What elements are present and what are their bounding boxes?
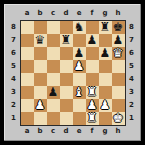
file-label-bottom-e: e: [73, 125, 86, 139]
square-f5[interactable]: [86, 60, 99, 73]
square-h7[interactable]: ♟: [112, 34, 125, 47]
square-d8[interactable]: [60, 21, 73, 34]
white-pawn[interactable]: ♟: [86, 99, 99, 112]
square-c6[interactable]: [47, 47, 60, 60]
square-a8[interactable]: [21, 21, 34, 34]
square-g3[interactable]: [99, 86, 112, 99]
square-h5[interactable]: [112, 60, 125, 73]
square-f1[interactable]: ♜: [86, 112, 99, 125]
white-rook[interactable]: ♜: [86, 86, 99, 99]
square-f3[interactable]: ♜: [86, 86, 99, 99]
square-a4[interactable]: [21, 73, 34, 86]
black-queen[interactable]: ♛: [34, 34, 47, 47]
square-h6[interactable]: ♛: [112, 47, 125, 60]
square-b5[interactable]: [34, 60, 47, 73]
square-e6[interactable]: ♟: [73, 47, 86, 60]
black-rook[interactable]: ♜: [60, 34, 73, 47]
black-pawn[interactable]: ♟: [47, 86, 60, 99]
file-label-bottom-a: a: [21, 125, 34, 139]
square-f6[interactable]: [86, 47, 99, 60]
rank-label-left-7: 7: [7, 34, 21, 47]
rank-label-right-8: 8: [125, 21, 139, 34]
square-d6[interactable]: [60, 47, 73, 60]
square-c5[interactable]: [47, 60, 60, 73]
square-c8[interactable]: [47, 21, 60, 34]
file-label-bottom-g: g: [99, 125, 112, 139]
square-a2[interactable]: [21, 99, 34, 112]
square-e8[interactable]: ♞: [73, 21, 86, 34]
file-label-top-e: e: [73, 7, 86, 21]
square-f2[interactable]: ♟: [86, 99, 99, 112]
rank-label-left-5: 5: [7, 60, 21, 73]
black-knight[interactable]: ♞: [73, 21, 86, 34]
square-g4[interactable]: [99, 73, 112, 86]
square-b2[interactable]: ♟: [34, 99, 47, 112]
black-rook[interactable]: ♜: [99, 21, 112, 34]
white-queen[interactable]: ♛: [112, 47, 125, 60]
square-g1[interactable]: [99, 112, 112, 125]
rank-label-right-1: 1: [125, 112, 139, 125]
square-b7[interactable]: ♛: [34, 34, 47, 47]
square-e2[interactable]: [73, 99, 86, 112]
square-h2[interactable]: [112, 99, 125, 112]
file-label-top-a: a: [21, 7, 34, 21]
file-label-top-f: f: [86, 7, 99, 21]
file-label-bottom-d: d: [60, 125, 73, 139]
square-a3[interactable]: [21, 86, 34, 99]
rank-label-right-6: 6: [125, 47, 139, 60]
rank-label-left-2: 2: [7, 99, 21, 112]
board-frame: ♞♜♚♛♜♟♟♟♟♛♟♟♝♜♟♟♟♜♚ aabbccddeeffgghh8877…: [4, 4, 141, 141]
black-pawn[interactable]: ♟: [112, 34, 125, 47]
square-g2[interactable]: ♟: [99, 99, 112, 112]
square-a7[interactable]: [21, 34, 34, 47]
square-e4[interactable]: [73, 73, 86, 86]
square-g6[interactable]: ♟: [99, 47, 112, 60]
rank-label-right-2: 2: [125, 99, 139, 112]
white-pawn[interactable]: ♟: [34, 99, 47, 112]
square-e1[interactable]: [73, 112, 86, 125]
square-b8[interactable]: [34, 21, 47, 34]
square-b4[interactable]: [34, 73, 47, 86]
black-pawn[interactable]: ♟: [73, 47, 86, 60]
file-label-top-h: h: [112, 7, 125, 21]
square-c2[interactable]: [47, 99, 60, 112]
white-rook[interactable]: ♜: [86, 112, 99, 125]
file-label-top-g: g: [99, 7, 112, 21]
file-label-bottom-c: c: [47, 125, 60, 139]
square-h3[interactable]: [112, 86, 125, 99]
square-h1[interactable]: ♚: [112, 112, 125, 125]
square-e5[interactable]: ♟: [73, 60, 86, 73]
file-label-top-c: c: [47, 7, 60, 21]
black-pawn[interactable]: ♟: [99, 47, 112, 60]
square-e3[interactable]: ♝: [73, 86, 86, 99]
square-b6[interactable]: [34, 47, 47, 60]
square-d3[interactable]: [60, 86, 73, 99]
square-b3[interactable]: [34, 86, 47, 99]
square-d4[interactable]: [60, 73, 73, 86]
square-d5[interactable]: [60, 60, 73, 73]
square-a5[interactable]: [21, 60, 34, 73]
file-label-top-b: b: [34, 7, 47, 21]
white-pawn[interactable]: ♟: [73, 60, 86, 73]
rank-label-left-8: 8: [7, 21, 21, 34]
rank-label-right-7: 7: [125, 34, 139, 47]
square-c3[interactable]: ♟: [47, 86, 60, 99]
square-c4[interactable]: [47, 73, 60, 86]
white-bishop[interactable]: ♝: [73, 86, 86, 99]
square-c7[interactable]: [47, 34, 60, 47]
black-pawn[interactable]: ♟: [86, 34, 99, 47]
board-grid: ♞♜♚♛♜♟♟♟♟♛♟♟♝♜♟♟♟♜♚ aabbccddeeffgghh8877…: [7, 7, 139, 139]
file-label-bottom-b: b: [34, 125, 47, 139]
square-h4[interactable]: [112, 73, 125, 86]
rank-label-left-6: 6: [7, 47, 21, 60]
file-label-bottom-f: f: [86, 125, 99, 139]
square-a1[interactable]: [21, 112, 34, 125]
diagram-outer-border: ♞♜♚♛♜♟♟♟♟♛♟♟♝♜♟♟♟♜♚ aabbccddeeffgghh8877…: [0, 0, 145, 145]
square-c1[interactable]: [47, 112, 60, 125]
rank-label-left-4: 4: [7, 73, 21, 86]
rank-label-right-5: 5: [125, 60, 139, 73]
square-f4[interactable]: [86, 73, 99, 86]
square-e7[interactable]: [73, 34, 86, 47]
square-d2[interactable]: [60, 99, 73, 112]
black-king[interactable]: ♚: [112, 21, 125, 34]
square-g8[interactable]: ♜: [99, 21, 112, 34]
file-label-top-d: d: [60, 7, 73, 21]
square-d7[interactable]: ♜: [60, 34, 73, 47]
white-king[interactable]: ♚: [112, 112, 125, 125]
rank-label-left-3: 3: [7, 86, 21, 99]
square-f8[interactable]: [86, 21, 99, 34]
file-label-bottom-h: h: [112, 125, 125, 139]
rank-label-right-3: 3: [125, 86, 139, 99]
rank-label-left-1: 1: [7, 112, 21, 125]
white-pawn[interactable]: ♟: [99, 99, 112, 112]
square-b1[interactable]: [34, 112, 47, 125]
square-g7[interactable]: [99, 34, 112, 47]
square-h8[interactable]: ♚: [112, 21, 125, 34]
square-g5[interactable]: [99, 60, 112, 73]
square-a6[interactable]: [21, 47, 34, 60]
rank-label-right-4: 4: [125, 73, 139, 86]
square-f7[interactable]: ♟: [86, 34, 99, 47]
square-d1[interactable]: [60, 112, 73, 125]
chess-board[interactable]: ♞♜♚♛♜♟♟♟♟♛♟♟♝♜♟♟♟♜♚: [21, 21, 125, 125]
